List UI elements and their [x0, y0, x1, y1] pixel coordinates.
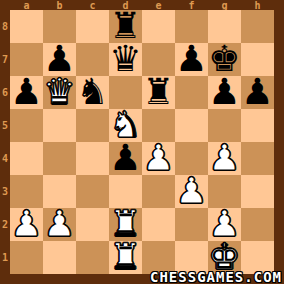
- square-e3[interactable]: [142, 175, 175, 208]
- square-c8[interactable]: [76, 10, 109, 43]
- square-e8[interactable]: [142, 10, 175, 43]
- square-b4[interactable]: [43, 142, 76, 175]
- chess-board: ♜♟♛♟♚♟♛♞♜♟♟♞♟♟♟♟♟♟♜♟♜♚: [10, 10, 274, 274]
- white-pawn[interactable]: ♟: [142, 140, 174, 176]
- square-c5[interactable]: [76, 109, 109, 142]
- square-c2[interactable]: [76, 208, 109, 241]
- square-a5[interactable]: [10, 109, 43, 142]
- rank-label-2: 2: [0, 208, 10, 241]
- rank-label-8: 8: [0, 10, 10, 43]
- rank-label-1: 1: [0, 241, 10, 274]
- square-b6[interactable]: ♛: [43, 76, 76, 109]
- black-pawn[interactable]: ♟: [241, 74, 273, 110]
- black-pawn[interactable]: ♟: [175, 41, 207, 77]
- square-d1[interactable]: ♜: [109, 241, 142, 274]
- rank-label-5: 5: [0, 109, 10, 142]
- black-rook[interactable]: ♜: [142, 74, 174, 110]
- square-b1[interactable]: [43, 241, 76, 274]
- square-f6[interactable]: [175, 76, 208, 109]
- square-a6[interactable]: ♟: [10, 76, 43, 109]
- square-a2[interactable]: ♟: [10, 208, 43, 241]
- square-g4[interactable]: ♟: [208, 142, 241, 175]
- black-pawn[interactable]: ♟: [10, 74, 42, 110]
- square-d7[interactable]: ♛: [109, 43, 142, 76]
- rank-label-4: 4: [0, 142, 10, 175]
- square-c4[interactable]: [76, 142, 109, 175]
- black-knight[interactable]: ♞: [76, 74, 108, 110]
- square-h8[interactable]: [241, 10, 274, 43]
- black-pawn[interactable]: ♟: [208, 74, 240, 110]
- chess-board-frame: abcdefgh 87654321 ♜♟♛♟♚♟♛♞♜♟♟♞♟♟♟♟♟♟♜♟♜♚…: [0, 0, 284, 284]
- square-e6[interactable]: ♜: [142, 76, 175, 109]
- square-f3[interactable]: ♟: [175, 175, 208, 208]
- square-c1[interactable]: [76, 241, 109, 274]
- white-queen[interactable]: ♛: [43, 74, 75, 110]
- square-c3[interactable]: [76, 175, 109, 208]
- rank-label-7: 7: [0, 43, 10, 76]
- watermark: CHESSGAMES.COM: [150, 271, 282, 284]
- square-e2[interactable]: [142, 208, 175, 241]
- white-pawn[interactable]: ♟: [43, 206, 75, 242]
- square-h3[interactable]: [241, 175, 274, 208]
- file-labels: abcdefgh: [10, 0, 274, 10]
- square-c6[interactable]: ♞: [76, 76, 109, 109]
- square-h6[interactable]: ♟: [241, 76, 274, 109]
- square-a1[interactable]: [10, 241, 43, 274]
- rank-labels: 87654321: [0, 10, 10, 274]
- white-rook[interactable]: ♜: [109, 239, 141, 275]
- square-b5[interactable]: [43, 109, 76, 142]
- square-h4[interactable]: [241, 142, 274, 175]
- rank-label-3: 3: [0, 175, 10, 208]
- square-a4[interactable]: [10, 142, 43, 175]
- square-a8[interactable]: [10, 10, 43, 43]
- square-h2[interactable]: [241, 208, 274, 241]
- square-e4[interactable]: ♟: [142, 142, 175, 175]
- rank-label-6: 6: [0, 76, 10, 109]
- square-f2[interactable]: [175, 208, 208, 241]
- square-f5[interactable]: [175, 109, 208, 142]
- square-g6[interactable]: ♟: [208, 76, 241, 109]
- black-pawn[interactable]: ♟: [109, 140, 141, 176]
- white-pawn[interactable]: ♟: [208, 140, 240, 176]
- white-pawn[interactable]: ♟: [10, 206, 42, 242]
- square-f7[interactable]: ♟: [175, 43, 208, 76]
- black-queen[interactable]: ♛: [109, 41, 141, 77]
- white-pawn[interactable]: ♟: [175, 173, 207, 209]
- square-d4[interactable]: ♟: [109, 142, 142, 175]
- square-h5[interactable]: [241, 109, 274, 142]
- square-b2[interactable]: ♟: [43, 208, 76, 241]
